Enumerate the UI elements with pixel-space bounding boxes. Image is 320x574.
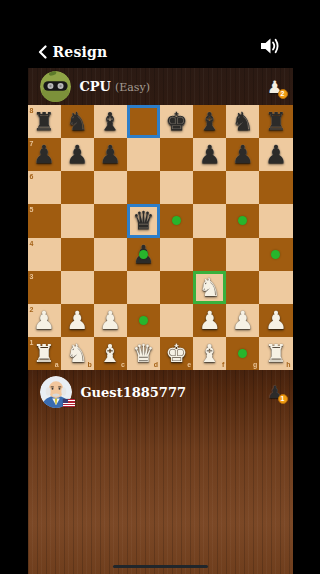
file-label-f: f: [222, 361, 224, 368]
square-a2[interactable]: 2♟: [28, 304, 61, 337]
resign-button[interactable]: Resign: [38, 44, 108, 60]
piece-white-pawn: ♟: [198, 308, 220, 333]
app-screen: Resign: [28, 0, 293, 574]
square-g7[interactable]: ♟: [226, 138, 259, 171]
piece-white-pawn: ♟: [232, 308, 254, 333]
player-row: Guest1885777 ♟ 1: [28, 370, 293, 414]
resign-label: Resign: [53, 44, 108, 60]
square-e4[interactable]: [160, 238, 193, 271]
cpu-avatar-icon: [40, 71, 71, 102]
square-b5[interactable]: [61, 204, 94, 237]
piece-white-rook: ♜: [33, 341, 55, 366]
piece-white-rook: ♜: [265, 341, 287, 366]
wood-background: CPU(Easy) ♟ 2 8♜♞♝♚♝♞♜7♟♟♟♟♟♟65♛4♟3♞2♟♟♟…: [28, 68, 293, 574]
piece-black-pawn: ♟: [265, 142, 287, 167]
square-d6[interactable]: [127, 171, 160, 204]
square-d2[interactable]: [127, 304, 160, 337]
square-c3[interactable]: [94, 271, 127, 304]
square-f6[interactable]: [193, 171, 226, 204]
square-e5[interactable]: [160, 204, 193, 237]
piece-white-knight: ♞: [66, 341, 88, 366]
square-b3[interactable]: [61, 271, 94, 304]
captured-white-tray: ♟ 2: [265, 75, 285, 99]
piece-white-knight: ♞: [198, 275, 220, 300]
square-g8[interactable]: ♞: [226, 105, 259, 138]
square-a8[interactable]: 8♜: [28, 105, 61, 138]
square-e7[interactable]: [160, 138, 193, 171]
square-b4[interactable]: [61, 238, 94, 271]
piece-black-pawn: ♟: [66, 142, 88, 167]
piece-white-pawn: ♟: [99, 308, 121, 333]
square-g4[interactable]: [226, 238, 259, 271]
square-e8[interactable]: ♚: [160, 105, 193, 138]
piece-black-rook: ♜: [265, 109, 287, 134]
legal-move-dot: [172, 216, 181, 225]
piece-black-bishop: ♝: [99, 109, 121, 134]
file-label-g: g: [253, 361, 257, 368]
piece-black-knight: ♞: [232, 109, 254, 134]
square-h2[interactable]: ♟: [259, 304, 292, 337]
square-a3[interactable]: 3: [28, 271, 61, 304]
square-a7[interactable]: 7♟: [28, 138, 61, 171]
rank-label-4: 4: [30, 240, 34, 247]
piece-black-king: ♚: [165, 109, 187, 134]
rank-label-6: 6: [30, 173, 34, 180]
square-c2[interactable]: ♟: [94, 304, 127, 337]
square-b6[interactable]: [61, 171, 94, 204]
opponent-difficulty: (Easy): [115, 81, 150, 94]
bottom-wood-area: [28, 414, 293, 574]
square-f8[interactable]: ♝: [193, 105, 226, 138]
square-e1[interactable]: e♚: [160, 337, 193, 370]
opponent-name: CPU: [80, 79, 111, 94]
piece-white-pawn: ♟: [66, 308, 88, 333]
square-a1[interactable]: 1a♜: [28, 337, 61, 370]
piece-white-bishop: ♝: [198, 341, 220, 366]
square-f4[interactable]: [193, 238, 226, 271]
square-b7[interactable]: ♟: [61, 138, 94, 171]
square-h4[interactable]: [259, 238, 292, 271]
us-flag-icon: [63, 399, 75, 407]
square-c6[interactable]: [94, 171, 127, 204]
square-h5[interactable]: [259, 204, 292, 237]
square-g5[interactable]: [226, 204, 259, 237]
player-name: Guest1885777: [81, 385, 186, 400]
piece-black-pawn: ♟: [232, 142, 254, 167]
player-avatar: [40, 376, 72, 408]
square-g6[interactable]: [226, 171, 259, 204]
square-d8[interactable]: [127, 105, 160, 138]
legal-move-dot: [238, 216, 247, 225]
player-name-group: Guest1885777: [81, 385, 256, 400]
rank-label-3: 3: [30, 273, 34, 280]
captured-black-tray: ♟ 1: [265, 380, 285, 404]
square-a6[interactable]: 6: [28, 171, 61, 204]
rank-label-5: 5: [30, 206, 34, 213]
opponent-name-group: CPU(Easy): [80, 79, 256, 94]
square-c8[interactable]: ♝: [94, 105, 127, 138]
square-h7[interactable]: ♟: [259, 138, 292, 171]
square-d7[interactable]: [127, 138, 160, 171]
piece-white-pawn: ♟: [265, 308, 287, 333]
square-g3[interactable]: [226, 271, 259, 304]
chess-board: 8♜♞♝♚♝♞♜7♟♟♟♟♟♟65♛4♟3♞2♟♟♟♟♟♟1a♜b♞c♝d♛e♚…: [28, 105, 293, 370]
square-d4[interactable]: ♟: [127, 238, 160, 271]
square-h6[interactable]: [259, 171, 292, 204]
square-f2[interactable]: ♟: [193, 304, 226, 337]
nav-bar: Resign: [28, 0, 293, 68]
legal-move-dot: [139, 316, 148, 325]
piece-black-queen: ♛: [132, 208, 154, 233]
square-g2[interactable]: ♟: [226, 304, 259, 337]
piece-black-rook: ♜: [33, 109, 55, 134]
piece-white-queen: ♛: [132, 341, 154, 366]
captured-white-count-badge: 2: [278, 89, 288, 99]
square-f5[interactable]: [193, 204, 226, 237]
square-c5[interactable]: [94, 204, 127, 237]
piece-white-pawn: ♟: [33, 308, 55, 333]
square-d1[interactable]: d♛: [127, 337, 160, 370]
square-f1[interactable]: f♝: [193, 337, 226, 370]
square-h3[interactable]: [259, 271, 292, 304]
piece-black-bishop: ♝: [198, 109, 220, 134]
speaker-icon: [259, 36, 281, 56]
sound-button[interactable]: [259, 36, 283, 60]
square-f7[interactable]: ♟: [193, 138, 226, 171]
file-label-a: a: [55, 361, 59, 368]
cpu-avatar: [40, 71, 71, 102]
square-h8[interactable]: ♜: [259, 105, 292, 138]
square-c4[interactable]: [94, 238, 127, 271]
square-a4[interactable]: 4: [28, 238, 61, 271]
piece-black-pawn: ♟: [99, 142, 121, 167]
square-e3[interactable]: [160, 271, 193, 304]
square-f3[interactable]: ♞: [193, 271, 226, 304]
captured-black-count-badge: 1: [278, 394, 288, 404]
square-d5[interactable]: ♛: [127, 204, 160, 237]
square-e6[interactable]: [160, 171, 193, 204]
piece-black-knight: ♞: [66, 109, 88, 134]
square-c7[interactable]: ♟: [94, 138, 127, 171]
square-b1[interactable]: b♞: [61, 337, 94, 370]
legal-move-dot: [238, 349, 247, 358]
square-e2[interactable]: [160, 304, 193, 337]
chevron-left-icon: [38, 45, 47, 59]
file-label-e: e: [187, 361, 191, 368]
home-indicator[interactable]: [113, 565, 208, 568]
piece-black-pawn: ♟: [33, 142, 55, 167]
square-g1[interactable]: g: [226, 337, 259, 370]
piece-black-pawn: ♟: [198, 142, 220, 167]
square-a5[interactable]: 5: [28, 204, 61, 237]
square-b8[interactable]: ♞: [61, 105, 94, 138]
legal-move-dot: [139, 250, 148, 259]
piece-white-bishop: ♝: [99, 341, 121, 366]
square-h1[interactable]: h♜: [259, 337, 292, 370]
square-c1[interactable]: c♝: [94, 337, 127, 370]
file-label-c: c: [121, 361, 125, 368]
square-d3[interactable]: [127, 271, 160, 304]
opponent-row: CPU(Easy) ♟ 2: [28, 68, 293, 105]
piece-white-king: ♚: [165, 341, 187, 366]
legal-move-dot: [271, 250, 280, 259]
square-b2[interactable]: ♟: [61, 304, 94, 337]
